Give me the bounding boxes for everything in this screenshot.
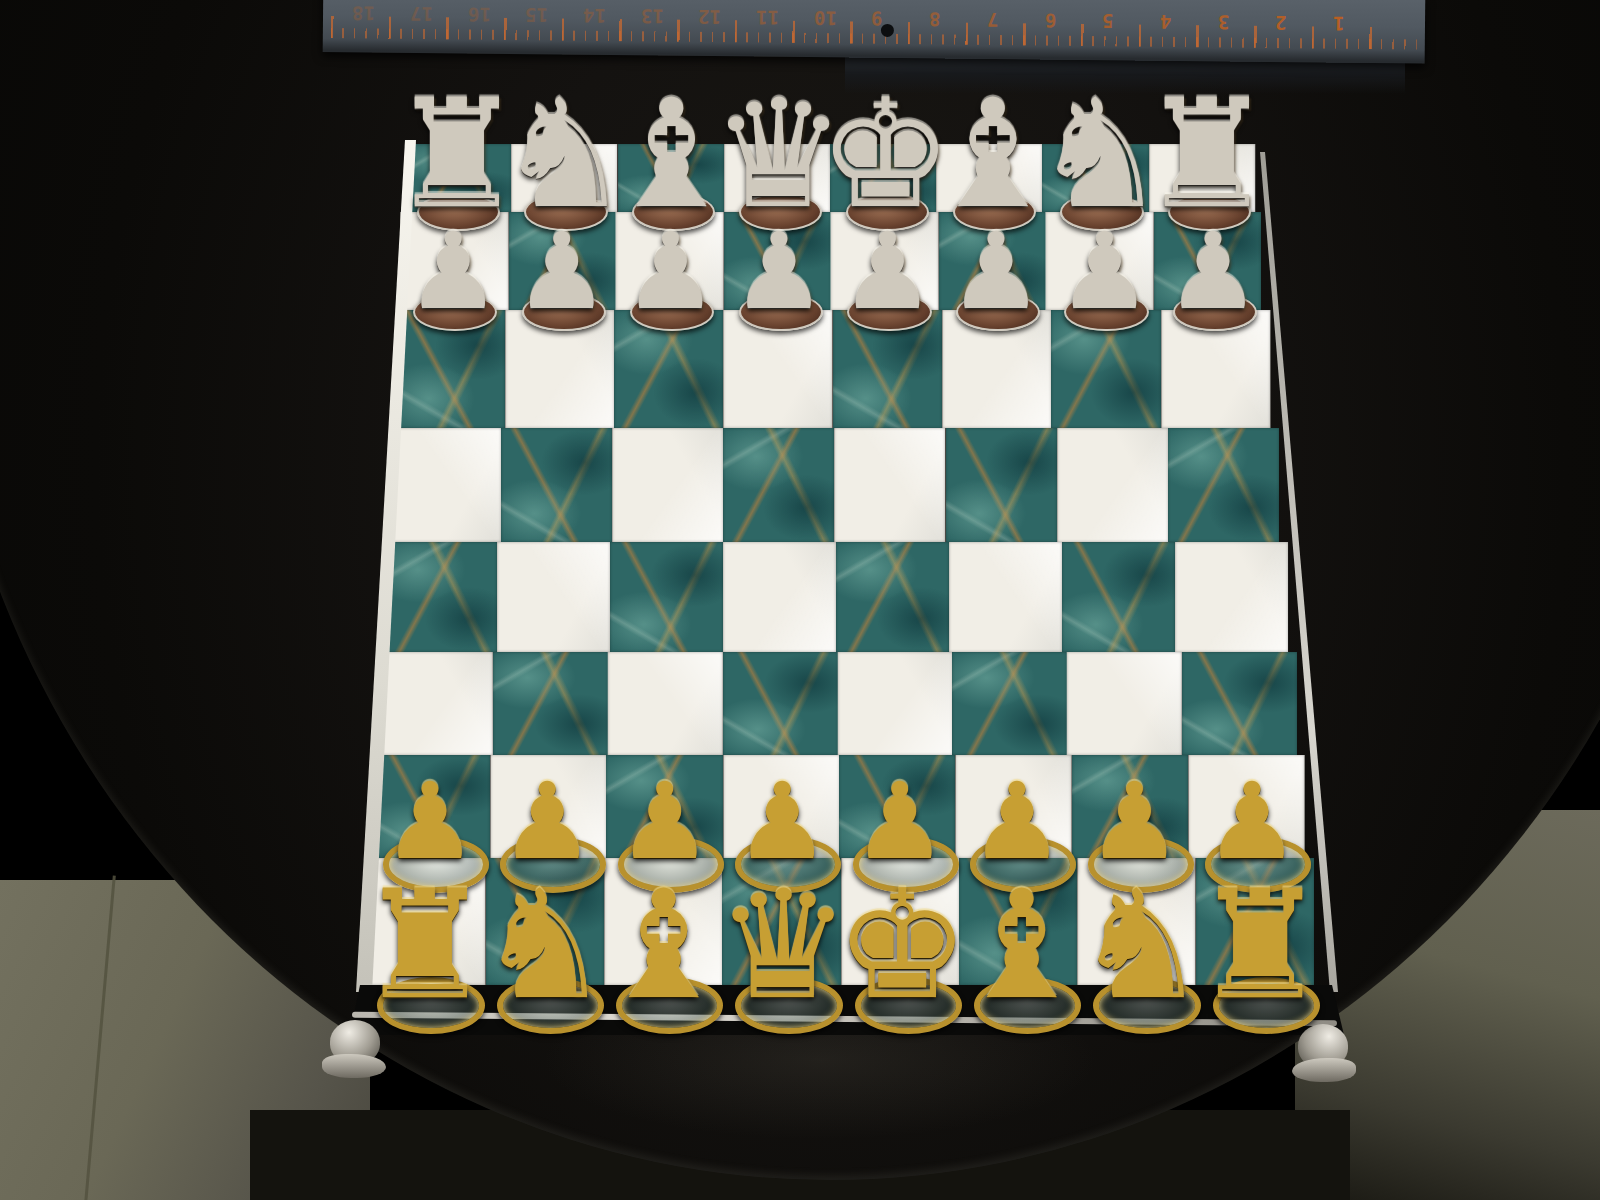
square-c4[interactable] [610, 542, 723, 652]
square-d4[interactable] [723, 542, 836, 652]
square-h3[interactable] [1182, 652, 1297, 755]
square-g5[interactable] [1057, 428, 1168, 542]
board-row [378, 652, 1296, 755]
piece-silver-rook[interactable]: ♜ [1140, 79, 1274, 229]
piece-gold-rook[interactable]: ♜ [1193, 870, 1327, 1020]
square-g4[interactable] [1062, 542, 1175, 652]
piece-gold-king[interactable]: ♚ [835, 870, 969, 1020]
piece-silver-pawn[interactable]: ♟ [731, 219, 826, 325]
square-h5[interactable] [1168, 428, 1279, 542]
square-h4[interactable] [1175, 542, 1288, 652]
square-d5[interactable] [723, 428, 834, 542]
square-e3[interactable] [838, 652, 953, 755]
board-row [384, 542, 1288, 652]
piece-silver-pawn[interactable]: ♟ [623, 219, 718, 325]
square-f3[interactable] [952, 652, 1067, 755]
piece-gold-rook[interactable]: ♜ [358, 870, 492, 1020]
ruler-hang-hole [881, 24, 894, 37]
claw-foot-right [1288, 1024, 1358, 1084]
square-b3[interactable] [493, 652, 608, 755]
piece-silver-pawn[interactable]: ♟ [948, 219, 1043, 325]
square-d3[interactable] [723, 652, 838, 755]
square-a4[interactable] [384, 542, 497, 652]
square-f5[interactable] [946, 428, 1057, 542]
square-a5[interactable] [390, 428, 501, 542]
piece-gold-knight[interactable]: ♞ [477, 870, 611, 1020]
square-g3[interactable] [1067, 652, 1182, 755]
piece-gold-knight[interactable]: ♞ [1074, 870, 1208, 1020]
piece-silver-pawn[interactable]: ♟ [514, 219, 609, 325]
square-c5[interactable] [612, 428, 723, 542]
piece-silver-pawn[interactable]: ♟ [1057, 219, 1152, 325]
piece-silver-pawn[interactable]: ♟ [840, 219, 935, 325]
piece-gold-bishop[interactable]: ♝ [954, 870, 1088, 1020]
square-b4[interactable] [497, 542, 610, 652]
square-e5[interactable] [834, 428, 945, 542]
square-a3[interactable] [378, 652, 493, 755]
piece-silver-pawn[interactable]: ♟ [1166, 219, 1261, 325]
square-e4[interactable] [836, 542, 949, 652]
square-c3[interactable] [608, 652, 723, 755]
square-b5[interactable] [501, 428, 612, 542]
chess-board: ♜♞♝♛♚♝♞♜♟♟♟♟♟♟♟♟♟♟♟♟♟♟♟♟♜♞♝♛♚♝♞♜ [350, 130, 1345, 1130]
piece-silver-pawn[interactable]: ♟ [406, 219, 501, 325]
square-f4[interactable] [949, 542, 1062, 652]
board-row [390, 428, 1280, 542]
piece-gold-bishop[interactable]: ♝ [596, 870, 730, 1020]
piece-gold-queen[interactable]: ♛ [716, 870, 850, 1020]
floor-grout-line [83, 876, 116, 1200]
scene: { "game": "chess", "position": { "fen": … [0, 0, 1600, 1200]
